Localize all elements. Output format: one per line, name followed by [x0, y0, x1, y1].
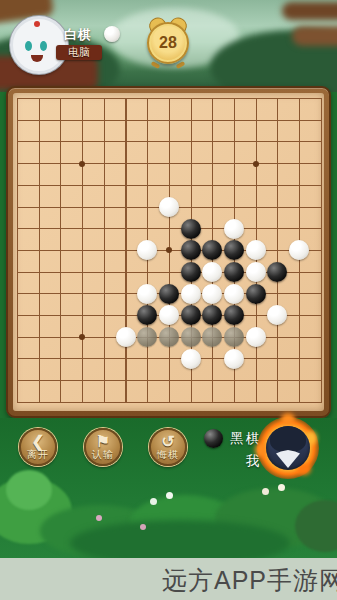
watermark-text: 远方APP手游网 — [162, 564, 337, 597]
surrender-button-label: 认输 — [86, 448, 120, 462]
white-stone — [137, 284, 157, 304]
watermark-strip: 远方APP手游网 — [0, 558, 337, 600]
gomoku-board[interactable] — [13, 93, 324, 411]
clock-face: 28 — [147, 22, 189, 64]
white-stone — [246, 240, 266, 260]
avatar-eye — [25, 41, 32, 51]
black-stone — [181, 240, 201, 260]
avatar-mouth — [31, 55, 43, 62]
black-stone — [159, 284, 179, 304]
game-screen: 白棋 电脑 28 ❮ 离开 ⚑ 认输 — [0, 0, 337, 600]
winning-black-stone-faded — [202, 327, 222, 347]
grass-decoration — [6, 470, 52, 510]
black-stone — [181, 219, 201, 239]
white-stone — [116, 327, 136, 347]
black-stone — [181, 305, 201, 325]
flame-decoration — [281, 413, 295, 425]
white-stone — [224, 349, 244, 369]
black-stone — [202, 305, 222, 325]
white-stone — [246, 262, 266, 282]
opponent-name: 白棋 — [64, 26, 92, 44]
winning-black-stone-faded — [159, 327, 179, 347]
flower-decoration — [166, 492, 173, 499]
pagoda-decoration — [292, 26, 337, 46]
white-stone — [246, 327, 266, 347]
white-stone — [159, 197, 179, 217]
white-stone — [202, 284, 222, 304]
black-stone — [202, 240, 222, 260]
black-stone — [224, 262, 244, 282]
white-stone — [137, 240, 157, 260]
leave-button-label: 离开 — [21, 448, 55, 462]
opponent-subtitle: 电脑 — [68, 45, 90, 60]
undo-button[interactable]: ↺ 悔棋 — [149, 428, 187, 466]
white-stone — [267, 305, 287, 325]
flower-decoration — [96, 515, 102, 521]
timer-value: 28 — [159, 34, 177, 52]
player-portrait — [266, 426, 310, 470]
black-stone — [267, 262, 287, 282]
board-stones — [6, 88, 331, 413]
portrait-hair — [270, 426, 306, 452]
winning-black-stone-faded — [224, 327, 244, 347]
leave-button[interactable]: ❮ 离开 — [19, 428, 57, 466]
opponent-subtitle-ribbon: 电脑 — [56, 45, 102, 60]
white-stone — [224, 219, 244, 239]
black-stone-icon — [204, 429, 223, 448]
gomoku-board-frame — [6, 86, 331, 418]
black-stone — [181, 262, 201, 282]
flower-decoration — [150, 498, 157, 505]
avatar-dot — [34, 21, 40, 27]
player-avatar — [257, 417, 319, 479]
black-stone — [224, 305, 244, 325]
white-stone — [224, 284, 244, 304]
flower-decoration — [278, 484, 285, 491]
portrait-fan — [276, 450, 300, 468]
surrender-button[interactable]: ⚑ 认输 — [84, 428, 122, 466]
flower-decoration — [140, 524, 146, 530]
winning-black-stone-faded — [181, 327, 201, 347]
avatar-eye — [40, 41, 47, 51]
black-stone — [137, 305, 157, 325]
white-stone — [159, 305, 179, 325]
pagoda-decoration — [282, 2, 337, 20]
white-stone — [202, 262, 222, 282]
white-stone — [181, 284, 201, 304]
winning-black-stone-faded — [137, 327, 157, 347]
black-stone — [246, 284, 266, 304]
white-stone — [181, 349, 201, 369]
black-stone — [224, 240, 244, 260]
flower-decoration — [262, 488, 269, 495]
white-stone — [289, 240, 309, 260]
undo-button-label: 悔棋 — [151, 448, 185, 462]
timer-clock: 28 — [147, 22, 189, 64]
white-stone-icon — [104, 26, 120, 42]
